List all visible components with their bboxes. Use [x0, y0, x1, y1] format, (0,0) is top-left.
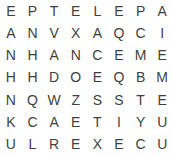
grid-cell[interactable]: H — [22, 66, 44, 88]
grid-cell[interactable]: L — [87, 0, 109, 22]
grid-cell[interactable]: U — [151, 133, 173, 155]
grid-cell[interactable]: T — [130, 89, 152, 111]
grid-cell[interactable]: E — [151, 89, 173, 111]
grid-cell[interactable]: S — [87, 89, 109, 111]
grid-cell[interactable]: N — [0, 44, 22, 66]
grid-cell[interactable]: C — [22, 111, 44, 133]
grid-cell[interactable]: X — [65, 22, 87, 44]
grid-cell[interactable]: A — [43, 44, 65, 66]
grid-cell[interactable]: Q — [22, 89, 44, 111]
grid-cell[interactable]: E — [0, 0, 22, 22]
grid-cell[interactable]: T — [87, 111, 109, 133]
grid-cell[interactable]: E — [65, 133, 87, 155]
grid-cell[interactable]: W — [43, 89, 65, 111]
grid-cell[interactable]: D — [43, 66, 65, 88]
grid-cell[interactable]: V — [43, 22, 65, 44]
grid-cell[interactable]: A — [43, 111, 65, 133]
grid-cell[interactable]: O — [65, 66, 87, 88]
grid-cell[interactable]: I — [151, 22, 173, 44]
grid-cell[interactable]: C — [130, 133, 152, 155]
grid-cell[interactable]: L — [22, 133, 44, 155]
grid-cell[interactable]: Q — [108, 22, 130, 44]
grid-cell[interactable]: A — [0, 22, 22, 44]
grid-cell[interactable]: C — [87, 44, 109, 66]
grid-cell[interactable]: N — [22, 22, 44, 44]
word-search-grid: EPTELEPAANVXAQCINHANCEMEHHDOEQBMNQWZSSTE… — [0, 0, 173, 155]
grid-cell[interactable]: E — [65, 0, 87, 22]
grid-cell[interactable]: H — [0, 66, 22, 88]
grid-cell[interactable]: C — [130, 22, 152, 44]
grid-cell[interactable]: P — [130, 0, 152, 22]
grid-cell[interactable]: M — [130, 44, 152, 66]
grid-cell[interactable]: I — [108, 111, 130, 133]
grid-cell[interactable]: E — [87, 66, 109, 88]
grid-cell[interactable]: A — [151, 0, 173, 22]
grid-cell[interactable]: X — [87, 133, 109, 155]
grid-cell[interactable]: A — [87, 22, 109, 44]
grid-cell[interactable]: Y — [130, 111, 152, 133]
grid-cell[interactable]: B — [130, 66, 152, 88]
grid-cell[interactable]: T — [43, 0, 65, 22]
grid-cell[interactable]: M — [151, 66, 173, 88]
grid-cell[interactable]: S — [108, 89, 130, 111]
grid-cell[interactable]: Z — [65, 89, 87, 111]
grid-cell[interactable]: E — [65, 111, 87, 133]
grid-cell[interactable]: P — [22, 0, 44, 22]
grid-cell[interactable]: E — [151, 44, 173, 66]
grid-cell[interactable]: Q — [108, 66, 130, 88]
grid-cell[interactable]: E — [108, 44, 130, 66]
grid-cell[interactable]: R — [43, 133, 65, 155]
grid-cell[interactable]: N — [0, 89, 22, 111]
grid-cell[interactable]: H — [22, 44, 44, 66]
grid-cell[interactable]: U — [151, 111, 173, 133]
grid-cell[interactable]: E — [108, 133, 130, 155]
grid-cell[interactable]: E — [108, 0, 130, 22]
grid-cell[interactable]: N — [65, 44, 87, 66]
grid-cell[interactable]: K — [0, 111, 22, 133]
grid-cell[interactable]: U — [0, 133, 22, 155]
